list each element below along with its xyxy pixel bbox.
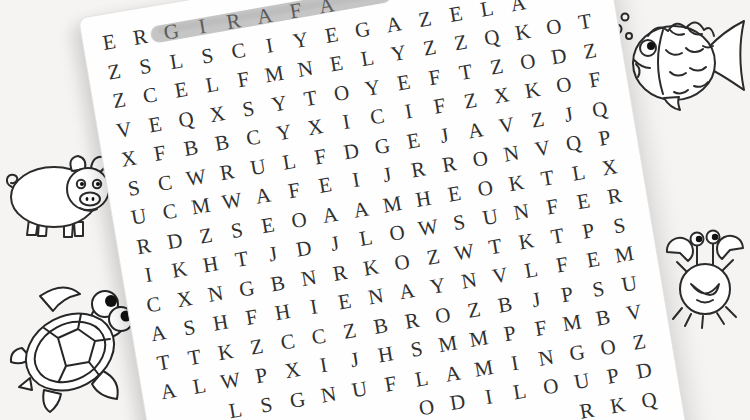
word-search-grid: ERGIRAFAZSLSCIYEGAZELAZCELFMNELYZZQKOTVE…	[91, 0, 667, 420]
grid-cell	[378, 396, 414, 420]
turtle-illustration	[8, 274, 142, 418]
grid-cell: L	[217, 393, 253, 420]
grid-cell	[186, 399, 222, 420]
grid-cell: K	[600, 388, 636, 420]
grid-cell: S	[248, 388, 284, 420]
grid-cell: Q	[631, 383, 667, 417]
worksheet-background: ERGIRAFAZSLSCIYEGAZELAZCELFMNELYZZQKOTVE…	[0, 0, 750, 420]
grid-cell: O	[409, 391, 445, 420]
crab-illustration	[658, 216, 750, 332]
grid-cell: R	[569, 394, 605, 420]
pig-illustration	[2, 146, 112, 242]
